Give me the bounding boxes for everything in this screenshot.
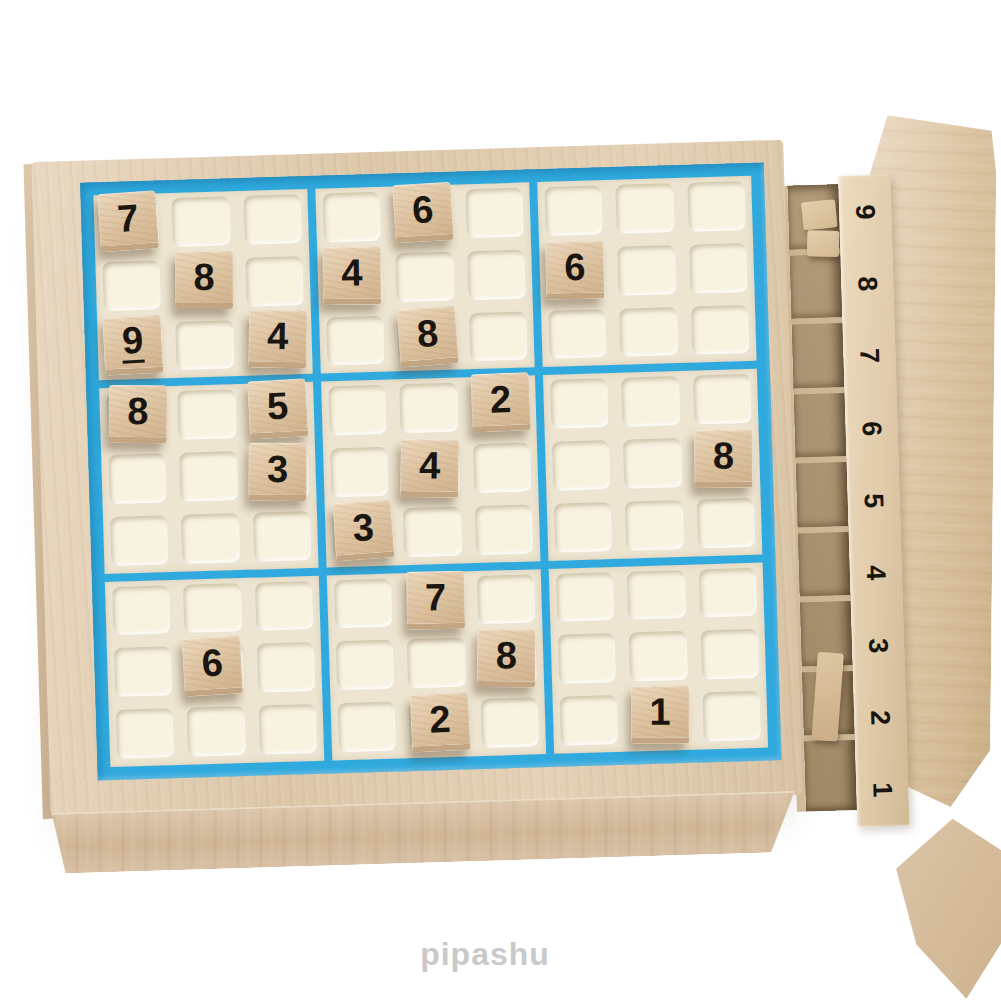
- cell-r5c7[interactable]: [545, 435, 618, 499]
- tile-7-r7c5[interactable]: 7: [406, 570, 465, 629]
- tile-4-r3c3[interactable]: 4: [249, 310, 308, 369]
- cell-r6c6[interactable]: [467, 499, 540, 563]
- cell-r1c4[interactable]: [315, 187, 388, 251]
- cell-r6c4[interactable]: 3: [325, 503, 398, 567]
- cell-r9c5[interactable]: 2: [402, 694, 475, 758]
- cell-r2c6[interactable]: [460, 244, 533, 308]
- sudoku-board: 78946486853243867821: [80, 162, 781, 780]
- cell-recess: [689, 243, 748, 293]
- cell-r2c4[interactable]: 4: [317, 248, 390, 312]
- cell-r4c4[interactable]: [321, 380, 394, 444]
- cell-recess: [469, 311, 528, 361]
- cell-recess: [178, 389, 237, 439]
- drawer-label-4: 4: [849, 536, 903, 610]
- cell-r5c3[interactable]: 3: [244, 444, 317, 508]
- cell-r2c5[interactable]: [388, 246, 461, 310]
- cell-recess: [399, 383, 458, 433]
- cell-r7c9[interactable]: [691, 562, 764, 626]
- cell-recess: [116, 708, 175, 758]
- cell-recess: [623, 438, 682, 488]
- drawer-compartment-7[interactable]: [792, 323, 845, 394]
- cell-recess: [617, 245, 676, 295]
- cell-r9c8[interactable]: 1: [624, 688, 697, 752]
- cell-r8c3[interactable]: [249, 637, 322, 701]
- cell-r3c5[interactable]: 8: [390, 308, 463, 372]
- cell-r2c2[interactable]: 8: [167, 253, 240, 317]
- cell-recess: [702, 691, 761, 741]
- cell-r5c5[interactable]: 4: [394, 439, 467, 503]
- cell-r6c8[interactable]: [618, 495, 691, 559]
- drawer-label-2: 2: [853, 681, 907, 755]
- cell-r8c2[interactable]: 6: [178, 639, 251, 703]
- cell-recess: [477, 574, 536, 624]
- box-8: 782: [327, 569, 546, 761]
- cell-r9c2[interactable]: [180, 701, 253, 765]
- cell-r7c1[interactable]: [105, 580, 178, 644]
- drawer-label-9: 9: [838, 175, 892, 249]
- cell-r6c5[interactable]: [396, 501, 469, 565]
- cell-recess: [328, 385, 387, 435]
- cell-recess: [256, 642, 315, 692]
- cell-r5c8[interactable]: [616, 433, 689, 497]
- cell-r9c4[interactable]: [330, 697, 403, 761]
- cell-r8c6[interactable]: 8: [471, 631, 544, 695]
- cell-r2c1[interactable]: [95, 255, 168, 319]
- tile-8-r4c1[interactable]: 8: [108, 385, 166, 443]
- tile-9-r3c1[interactable]: 9: [102, 315, 163, 376]
- drawer-label-6: 6: [845, 392, 899, 466]
- cell-recess: [691, 304, 750, 354]
- cell-r8c5[interactable]: [400, 633, 473, 697]
- cell-r4c3[interactable]: 5: [242, 382, 315, 446]
- tile-4-r2c4[interactable]: 4: [322, 246, 381, 305]
- cell-r1c8[interactable]: [609, 178, 682, 242]
- cell-recess: [619, 307, 678, 357]
- loose-tile[interactable]: [807, 230, 840, 257]
- cell-r3c8[interactable]: [612, 301, 685, 365]
- tile-5-r4c3[interactable]: 5: [248, 379, 309, 440]
- cell-recess: [687, 181, 746, 231]
- box-5: 243: [321, 376, 540, 568]
- cell-recess: [696, 498, 755, 548]
- cell-r1c6[interactable]: [458, 182, 531, 246]
- cell-recess: [172, 196, 231, 246]
- cell-r7c8[interactable]: [620, 564, 693, 628]
- cell-r3c6[interactable]: [462, 306, 535, 370]
- drawer-label-7: 7: [842, 319, 896, 393]
- cell-recess: [326, 315, 385, 365]
- cell-recess: [114, 647, 173, 697]
- cell-recess: [548, 309, 607, 359]
- cell-r9c3[interactable]: [251, 699, 324, 763]
- cell-recess: [629, 631, 688, 681]
- cell-recess: [187, 706, 246, 756]
- cell-recess: [558, 633, 617, 683]
- drawer-label-1: 1: [855, 753, 909, 827]
- cell-recess: [110, 515, 169, 565]
- cell-r6c9[interactable]: [689, 492, 762, 556]
- cell-r5c6[interactable]: [465, 437, 538, 501]
- cell-r1c7[interactable]: [537, 180, 610, 244]
- cell-recess: [322, 192, 381, 242]
- cell-recess: [396, 251, 455, 301]
- cell-r3c2[interactable]: [168, 315, 241, 379]
- drawer-handle: [889, 818, 1001, 999]
- drawer-label-5: 5: [847, 464, 901, 538]
- cell-r7c3[interactable]: [247, 575, 320, 639]
- cell-recess: [336, 640, 395, 690]
- cell-r4c9[interactable]: [686, 369, 759, 433]
- cell-r3c9[interactable]: [683, 299, 756, 363]
- cell-r5c9[interactable]: 8: [687, 431, 760, 495]
- cell-recess: [243, 194, 302, 244]
- cell-recess: [554, 502, 613, 552]
- cell-recess: [552, 440, 611, 490]
- box-6: 8: [543, 369, 762, 561]
- cell-r6c3[interactable]: [245, 506, 318, 570]
- cell-recess: [625, 500, 684, 550]
- cell-recess: [621, 376, 680, 426]
- cell-recess: [544, 185, 603, 235]
- cell-r1c9[interactable]: [680, 176, 753, 240]
- cell-r4c1[interactable]: 8: [99, 386, 172, 450]
- cell-r5c2[interactable]: [172, 446, 245, 510]
- cell-r5c1[interactable]: [101, 448, 174, 512]
- cell-recess: [253, 511, 312, 561]
- sudoku-box: 987654321 78946486853243867821: [31, 126, 993, 899]
- cell-r8c4[interactable]: [329, 635, 402, 699]
- sudoku-grid: 78946486853243867821: [93, 176, 768, 767]
- cell-r8c8[interactable]: [622, 626, 695, 690]
- cell-r6c1[interactable]: [103, 510, 176, 574]
- cell-r7c6[interactable]: [469, 569, 542, 633]
- tile-6-r8c2[interactable]: 6: [182, 636, 243, 697]
- cell-recess: [176, 320, 235, 370]
- box-1: 7894: [93, 189, 312, 381]
- cell-recess: [108, 453, 167, 503]
- drawer-compartment-5[interactable]: [796, 462, 849, 533]
- cell-r1c3[interactable]: [236, 189, 309, 253]
- cell-r6c2[interactable]: [174, 508, 247, 572]
- cell-recess: [556, 572, 615, 622]
- tile-6-r1c5[interactable]: 6: [392, 182, 453, 243]
- cell-r2c3[interactable]: [238, 251, 311, 315]
- cell-r3c1[interactable]: 9: [97, 317, 170, 381]
- cell-r8c1[interactable]: [107, 641, 180, 705]
- cell-r5c4[interactable]: [323, 442, 396, 506]
- cell-recess: [183, 583, 242, 633]
- cell-r2c8[interactable]: [610, 240, 683, 304]
- tile-8-r3c5[interactable]: 8: [397, 306, 459, 368]
- cell-r7c2[interactable]: [176, 578, 249, 642]
- tile-4-r5c5[interactable]: 4: [400, 439, 459, 498]
- cell-recess: [330, 447, 389, 497]
- cell-recess: [403, 506, 462, 556]
- tile-2-r4c6[interactable]: 2: [471, 372, 531, 432]
- cell-r4c7[interactable]: [543, 373, 616, 437]
- cell-r4c6[interactable]: 2: [464, 376, 537, 440]
- tile-1-r9c8[interactable]: 1: [631, 686, 689, 744]
- drawer-compartment-8[interactable]: [789, 254, 842, 325]
- tile-3-r6c4[interactable]: 3: [332, 499, 394, 561]
- cell-recess: [616, 183, 675, 233]
- drawer-compartment-4[interactable]: [798, 532, 851, 603]
- tile-8-r5c9[interactable]: 8: [695, 429, 753, 487]
- tile-2-r9c5[interactable]: 2: [410, 692, 471, 753]
- wooden-frame: 78946486853243867821: [31, 140, 802, 817]
- cell-r1c5[interactable]: 6: [387, 184, 460, 248]
- cell-r3c3[interactable]: 4: [240, 312, 313, 376]
- cell-recess: [112, 585, 171, 635]
- cell-r7c4[interactable]: [327, 573, 400, 637]
- cell-r3c4[interactable]: [319, 310, 392, 374]
- cell-recess: [700, 629, 759, 679]
- cell-recess: [407, 638, 466, 688]
- cell-recess: [334, 578, 393, 628]
- cell-r3c7[interactable]: [541, 303, 614, 367]
- cell-r2c9[interactable]: [682, 237, 755, 301]
- cell-r2c7[interactable]: 6: [539, 242, 612, 306]
- tile-8-r2c2[interactable]: 8: [175, 251, 233, 309]
- cell-recess: [698, 567, 757, 617]
- box-7: 6: [105, 575, 324, 767]
- cell-recess: [480, 698, 539, 748]
- cell-recess: [627, 570, 686, 620]
- cell-r9c7[interactable]: [552, 690, 625, 754]
- cell-recess: [102, 260, 161, 310]
- cell-recess: [338, 702, 397, 752]
- drawer-compartment-6[interactable]: [794, 393, 847, 464]
- cell-recess: [467, 249, 526, 299]
- watermark: pipashu: [420, 936, 550, 973]
- cell-r6c7[interactable]: [547, 497, 620, 561]
- cell-r1c1[interactable]: 7: [93, 193, 166, 257]
- drawer-label-3: 3: [851, 608, 905, 682]
- cell-r4c5[interactable]: [392, 378, 465, 442]
- cell-recess: [473, 443, 532, 493]
- cell-r7c7[interactable]: [549, 566, 622, 630]
- cell-recess: [550, 378, 609, 428]
- cell-r9c6[interactable]: [473, 692, 546, 756]
- cell-recess: [181, 513, 240, 563]
- cell-recess: [474, 504, 533, 554]
- frame-front-edge: [52, 790, 807, 873]
- cell-r1c2[interactable]: [165, 191, 238, 255]
- cell-r9c9[interactable]: [695, 686, 768, 750]
- loose-tile[interactable]: [801, 199, 838, 230]
- cell-r9c1[interactable]: [109, 703, 182, 767]
- cell-r4c8[interactable]: [614, 371, 687, 435]
- drawer-compartment-1[interactable]: [804, 740, 857, 811]
- cell-r7c5[interactable]: 7: [398, 571, 471, 635]
- cell-recess: [465, 188, 524, 238]
- box-9: 1: [549, 562, 768, 754]
- tile-6-r2c7[interactable]: 6: [545, 240, 604, 299]
- cell-recess: [255, 581, 314, 631]
- tile-3-r5c3[interactable]: 3: [249, 443, 307, 501]
- cell-recess: [559, 695, 618, 745]
- cell-recess: [245, 256, 304, 306]
- box-2: 648: [315, 182, 534, 374]
- cell-r8c9[interactable]: [693, 624, 766, 688]
- tile-8-r8c6[interactable]: 8: [477, 629, 536, 688]
- box-4: 853: [99, 382, 318, 574]
- product-photo: 987654321 78946486853243867821 pipashu: [0, 0, 1001, 1001]
- tile-7-r1c1[interactable]: 7: [97, 190, 159, 252]
- cell-r8c7[interactable]: [551, 628, 624, 692]
- box-3: 6: [537, 176, 756, 368]
- cell-recess: [258, 704, 317, 754]
- cell-recess: [179, 451, 238, 501]
- cell-recess: [693, 374, 752, 424]
- drawer-label-8: 8: [840, 247, 894, 321]
- cell-r4c2[interactable]: [170, 384, 243, 448]
